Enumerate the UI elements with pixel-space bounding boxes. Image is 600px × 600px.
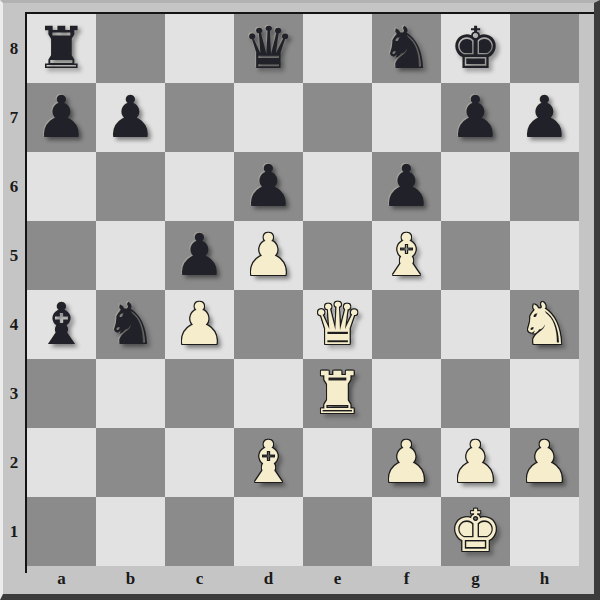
square-d3[interactable] <box>234 359 303 428</box>
square-b7[interactable]: ♟ <box>96 83 165 152</box>
square-e7[interactable] <box>303 83 372 152</box>
square-f1[interactable] <box>372 497 441 566</box>
square-g1[interactable]: ♚ <box>441 497 510 566</box>
square-e1[interactable] <box>303 497 372 566</box>
square-c5[interactable]: ♟ <box>165 221 234 290</box>
square-f3[interactable] <box>372 359 441 428</box>
piece-white-queen: ♛ <box>312 290 364 359</box>
square-a2[interactable] <box>27 428 96 497</box>
rank-label-2: 2 <box>3 428 25 497</box>
square-h7[interactable]: ♟ <box>510 83 579 152</box>
square-c6[interactable] <box>165 152 234 221</box>
piece-black-pawn: ♟ <box>519 83 571 152</box>
square-d4[interactable] <box>234 290 303 359</box>
file-label-h: h <box>510 566 579 592</box>
piece-black-pawn: ♟ <box>381 152 433 221</box>
square-c1[interactable] <box>165 497 234 566</box>
square-e3[interactable]: ♜ <box>303 359 372 428</box>
square-h6[interactable] <box>510 152 579 221</box>
square-h1[interactable] <box>510 497 579 566</box>
square-a5[interactable] <box>27 221 96 290</box>
square-e8[interactable] <box>303 14 372 83</box>
square-b3[interactable] <box>96 359 165 428</box>
square-c7[interactable] <box>165 83 234 152</box>
square-f7[interactable] <box>372 83 441 152</box>
square-h3[interactable] <box>510 359 579 428</box>
square-a3[interactable] <box>27 359 96 428</box>
rank-label-8: 8 <box>3 14 25 83</box>
piece-white-king: ♚ <box>450 497 502 566</box>
square-h5[interactable] <box>510 221 579 290</box>
square-d6[interactable]: ♟ <box>234 152 303 221</box>
piece-white-pawn: ♟ <box>450 428 502 497</box>
rank-label-1: 1 <box>3 497 25 566</box>
square-d8[interactable]: ♛ <box>234 14 303 83</box>
square-e4[interactable]: ♛ <box>303 290 372 359</box>
square-h4[interactable]: ♞ <box>510 290 579 359</box>
piece-black-pawn: ♟ <box>105 83 157 152</box>
piece-black-king: ♚ <box>450 14 502 83</box>
piece-black-pawn: ♟ <box>243 152 295 221</box>
file-label-b: b <box>96 566 165 592</box>
piece-black-pawn: ♟ <box>174 221 226 290</box>
square-g4[interactable] <box>441 290 510 359</box>
square-g7[interactable]: ♟ <box>441 83 510 152</box>
square-e2[interactable] <box>303 428 372 497</box>
rank-label-6: 6 <box>3 152 25 221</box>
piece-black-pawn: ♟ <box>450 83 502 152</box>
chess-diagram: 87654321 ♜♛♞♚♟♟♟♟♟♟♟♟♝♝♞♟♛♞♜♝♟♟♟♚ abcdef… <box>0 0 600 600</box>
rank-label-5: 5 <box>3 221 25 290</box>
square-b1[interactable] <box>96 497 165 566</box>
piece-black-bishop: ♝ <box>36 290 88 359</box>
piece-black-knight: ♞ <box>381 14 433 83</box>
square-f2[interactable]: ♟ <box>372 428 441 497</box>
square-d1[interactable] <box>234 497 303 566</box>
square-b4[interactable]: ♞ <box>96 290 165 359</box>
square-g5[interactable] <box>441 221 510 290</box>
square-d2[interactable]: ♝ <box>234 428 303 497</box>
square-d7[interactable] <box>234 83 303 152</box>
piece-white-pawn: ♟ <box>243 221 295 290</box>
square-f8[interactable]: ♞ <box>372 14 441 83</box>
square-f5[interactable]: ♝ <box>372 221 441 290</box>
rank-label-3: 3 <box>3 359 25 428</box>
square-e6[interactable] <box>303 152 372 221</box>
square-c3[interactable] <box>165 359 234 428</box>
piece-black-rook: ♜ <box>36 14 88 83</box>
piece-white-pawn: ♟ <box>174 290 226 359</box>
square-f4[interactable] <box>372 290 441 359</box>
square-g6[interactable] <box>441 152 510 221</box>
square-c8[interactable] <box>165 14 234 83</box>
square-h8[interactable] <box>510 14 579 83</box>
piece-white-knight: ♞ <box>519 290 571 359</box>
file-label-f: f <box>372 566 441 592</box>
square-g8[interactable]: ♚ <box>441 14 510 83</box>
piece-black-pawn: ♟ <box>36 83 88 152</box>
file-label-d: d <box>234 566 303 592</box>
board: ♜♛♞♚♟♟♟♟♟♟♟♟♝♝♞♟♛♞♜♝♟♟♟♚ <box>27 14 579 566</box>
piece-white-bishop: ♝ <box>381 221 433 290</box>
square-b5[interactable] <box>96 221 165 290</box>
piece-white-bishop: ♝ <box>243 428 295 497</box>
piece-black-knight: ♞ <box>105 290 157 359</box>
square-g2[interactable]: ♟ <box>441 428 510 497</box>
square-g3[interactable] <box>441 359 510 428</box>
file-label-c: c <box>165 566 234 592</box>
piece-black-queen: ♛ <box>243 14 295 83</box>
square-a7[interactable]: ♟ <box>27 83 96 152</box>
file-label-e: e <box>303 566 372 592</box>
square-a1[interactable] <box>27 497 96 566</box>
file-label-a: a <box>27 566 96 592</box>
file-labels: abcdefgh <box>27 566 579 592</box>
square-c2[interactable] <box>165 428 234 497</box>
rank-label-7: 7 <box>3 83 25 152</box>
rank-label-4: 4 <box>3 290 25 359</box>
square-a4[interactable]: ♝ <box>27 290 96 359</box>
rank-labels: 87654321 <box>3 14 25 566</box>
square-b6[interactable] <box>96 152 165 221</box>
square-h2[interactable]: ♟ <box>510 428 579 497</box>
piece-white-pawn: ♟ <box>381 428 433 497</box>
square-c4[interactable]: ♟ <box>165 290 234 359</box>
square-b2[interactable] <box>96 428 165 497</box>
piece-white-rook: ♜ <box>312 359 364 428</box>
file-label-g: g <box>441 566 510 592</box>
square-a8[interactable]: ♜ <box>27 14 96 83</box>
square-f6[interactable]: ♟ <box>372 152 441 221</box>
square-b8[interactable] <box>96 14 165 83</box>
square-e5[interactable] <box>303 221 372 290</box>
square-a6[interactable] <box>27 152 96 221</box>
square-d5[interactable]: ♟ <box>234 221 303 290</box>
piece-white-pawn: ♟ <box>519 428 571 497</box>
